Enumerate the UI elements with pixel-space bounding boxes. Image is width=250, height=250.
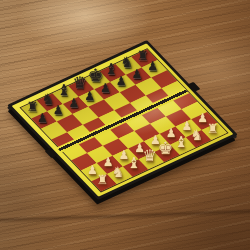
piece-white-rook-h1[interactable]: ♜: [204, 122, 222, 135]
piece-black-pawn-h7[interactable]: ♟: [144, 60, 162, 72]
wooden-table: ♜♞♝♛♚♝♞♜♟♟♟♟♟♟♟♟♟♟♟♟♟♟♟♟♜♞♝♛♚♝♞♜: [0, 0, 250, 250]
